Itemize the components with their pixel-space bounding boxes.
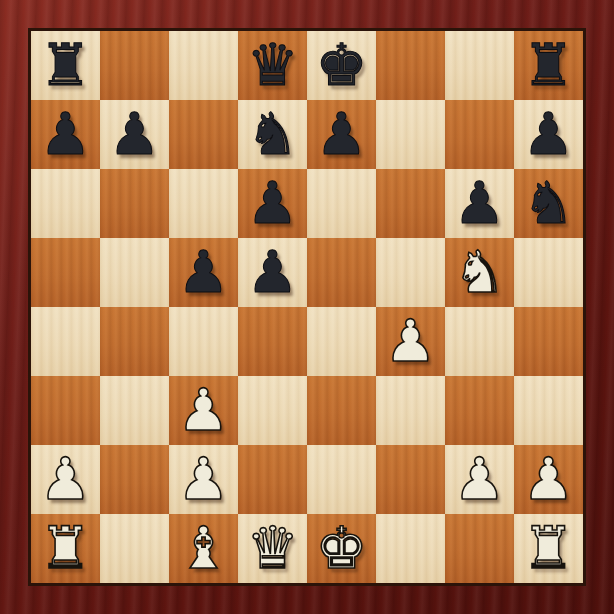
square-b1[interactable] <box>100 514 169 583</box>
piece-black-pawn[interactable]: ♟ <box>523 100 575 169</box>
square-g5[interactable]: ♞ <box>445 238 514 307</box>
square-d7[interactable]: ♞ <box>238 100 307 169</box>
square-h1[interactable]: ♜ <box>514 514 583 583</box>
piece-black-pawn[interactable]: ♟ <box>247 238 299 307</box>
square-g6[interactable]: ♟ <box>445 169 514 238</box>
square-f7[interactable] <box>376 100 445 169</box>
piece-white-bishop[interactable]: ♝ <box>178 514 230 583</box>
piece-black-pawn[interactable]: ♟ <box>247 169 299 238</box>
square-a1[interactable]: ♜ <box>31 514 100 583</box>
square-a6[interactable] <box>31 169 100 238</box>
square-f8[interactable] <box>376 31 445 100</box>
square-d5[interactable]: ♟ <box>238 238 307 307</box>
piece-white-pawn[interactable]: ♟ <box>523 445 575 514</box>
square-d8[interactable]: ♛ <box>238 31 307 100</box>
piece-white-knight[interactable]: ♞ <box>454 238 506 307</box>
square-c5[interactable]: ♟ <box>169 238 238 307</box>
square-h8[interactable]: ♜ <box>514 31 583 100</box>
square-e7[interactable]: ♟ <box>307 100 376 169</box>
square-e5[interactable] <box>307 238 376 307</box>
piece-white-pawn[interactable]: ♟ <box>178 376 230 445</box>
board-frame: ♜♛♚♜♟♟♞♟♟♟♟♞♟♟♞♟♟♟♟♟♟♜♝♛♚♜ <box>0 0 614 614</box>
square-h6[interactable]: ♞ <box>514 169 583 238</box>
square-c7[interactable] <box>169 100 238 169</box>
square-d4[interactable] <box>238 307 307 376</box>
square-f3[interactable] <box>376 376 445 445</box>
piece-black-rook[interactable]: ♜ <box>40 31 92 100</box>
piece-black-pawn[interactable]: ♟ <box>40 100 92 169</box>
square-a5[interactable] <box>31 238 100 307</box>
square-g2[interactable]: ♟ <box>445 445 514 514</box>
piece-black-pawn[interactable]: ♟ <box>454 169 506 238</box>
chess-board: ♜♛♚♜♟♟♞♟♟♟♟♞♟♟♞♟♟♟♟♟♟♜♝♛♚♜ <box>28 28 586 586</box>
square-g1[interactable] <box>445 514 514 583</box>
square-g7[interactable] <box>445 100 514 169</box>
square-h4[interactable] <box>514 307 583 376</box>
square-d2[interactable] <box>238 445 307 514</box>
square-e4[interactable] <box>307 307 376 376</box>
piece-white-king[interactable]: ♚ <box>316 514 368 583</box>
square-b3[interactable] <box>100 376 169 445</box>
square-a4[interactable] <box>31 307 100 376</box>
square-b8[interactable] <box>100 31 169 100</box>
piece-white-queen[interactable]: ♛ <box>247 514 299 583</box>
piece-black-king[interactable]: ♚ <box>316 31 368 100</box>
piece-white-pawn[interactable]: ♟ <box>178 445 230 514</box>
piece-white-pawn[interactable]: ♟ <box>40 445 92 514</box>
piece-black-pawn[interactable]: ♟ <box>109 100 161 169</box>
piece-white-rook[interactable]: ♜ <box>523 514 575 583</box>
square-e2[interactable] <box>307 445 376 514</box>
square-e3[interactable] <box>307 376 376 445</box>
square-b5[interactable] <box>100 238 169 307</box>
piece-white-pawn[interactable]: ♟ <box>454 445 506 514</box>
square-b2[interactable] <box>100 445 169 514</box>
piece-black-knight[interactable]: ♞ <box>523 169 575 238</box>
square-a2[interactable]: ♟ <box>31 445 100 514</box>
square-f1[interactable] <box>376 514 445 583</box>
square-g8[interactable] <box>445 31 514 100</box>
piece-white-pawn[interactable]: ♟ <box>385 307 437 376</box>
square-b7[interactable]: ♟ <box>100 100 169 169</box>
square-h2[interactable]: ♟ <box>514 445 583 514</box>
piece-black-pawn[interactable]: ♟ <box>178 238 230 307</box>
piece-black-pawn[interactable]: ♟ <box>316 100 368 169</box>
square-g3[interactable] <box>445 376 514 445</box>
square-f6[interactable] <box>376 169 445 238</box>
piece-black-rook[interactable]: ♜ <box>523 31 575 100</box>
square-b6[interactable] <box>100 169 169 238</box>
square-h3[interactable] <box>514 376 583 445</box>
square-a7[interactable]: ♟ <box>31 100 100 169</box>
square-a8[interactable]: ♜ <box>31 31 100 100</box>
square-c8[interactable] <box>169 31 238 100</box>
square-e6[interactable] <box>307 169 376 238</box>
square-c4[interactable] <box>169 307 238 376</box>
square-b4[interactable] <box>100 307 169 376</box>
square-e8[interactable]: ♚ <box>307 31 376 100</box>
square-e1[interactable]: ♚ <box>307 514 376 583</box>
square-c6[interactable] <box>169 169 238 238</box>
piece-black-knight[interactable]: ♞ <box>247 100 299 169</box>
square-c1[interactable]: ♝ <box>169 514 238 583</box>
square-g4[interactable] <box>445 307 514 376</box>
square-c3[interactable]: ♟ <box>169 376 238 445</box>
piece-white-rook[interactable]: ♜ <box>40 514 92 583</box>
square-h5[interactable] <box>514 238 583 307</box>
square-f4[interactable]: ♟ <box>376 307 445 376</box>
square-c2[interactable]: ♟ <box>169 445 238 514</box>
square-f2[interactable] <box>376 445 445 514</box>
square-a3[interactable] <box>31 376 100 445</box>
square-f5[interactable] <box>376 238 445 307</box>
square-h7[interactable]: ♟ <box>514 100 583 169</box>
square-d1[interactable]: ♛ <box>238 514 307 583</box>
square-d6[interactable]: ♟ <box>238 169 307 238</box>
piece-black-queen[interactable]: ♛ <box>247 31 299 100</box>
square-d3[interactable] <box>238 376 307 445</box>
